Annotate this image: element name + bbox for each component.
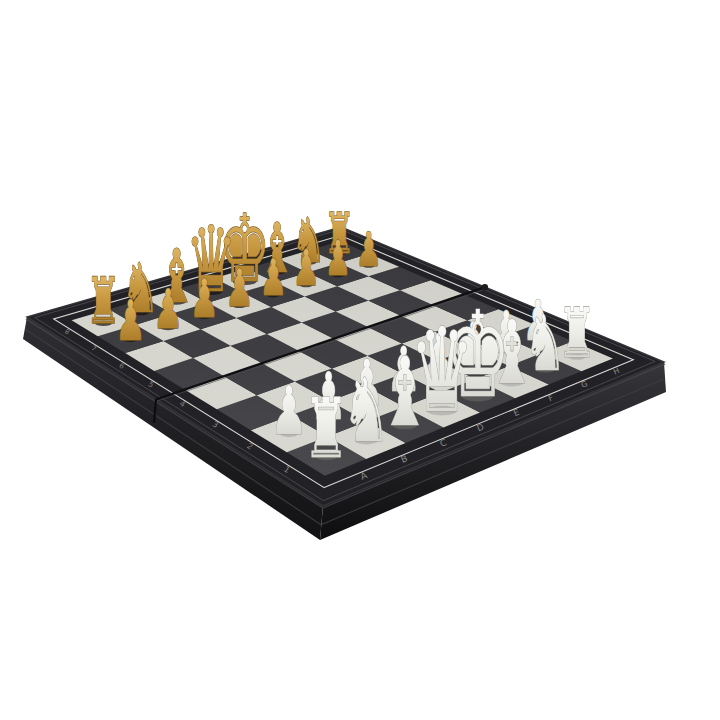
piece-glyph: ♟ bbox=[190, 267, 220, 328]
piece-gold-pawn-d7: ♟ bbox=[225, 258, 254, 318]
piece-glyph: ♟ bbox=[115, 288, 146, 353]
piece-glyph: ♟ bbox=[292, 240, 319, 298]
piece-gold-pawn-h7: ♟ bbox=[356, 221, 382, 276]
piece-gold-pawn-c7: ♟ bbox=[190, 267, 220, 328]
piece-gold-pawn-f7: ♟ bbox=[292, 240, 319, 298]
piece-gold-pawn-b7: ♟ bbox=[153, 278, 183, 342]
piece-white-knight-b1: ♞ bbox=[342, 359, 391, 461]
piece-glyph: ♜ bbox=[303, 380, 349, 476]
piece-glyph: ♟ bbox=[356, 221, 382, 276]
piece-white-rook-a1: ♜ bbox=[303, 380, 349, 476]
piece-glyph: ♞ bbox=[342, 359, 391, 461]
piece-glyph: ♟ bbox=[270, 372, 307, 450]
piece-white-pawn-a2: ♟ bbox=[270, 372, 307, 450]
piece-glyph: ♟ bbox=[259, 249, 287, 308]
piece-gold-pawn-g7: ♟ bbox=[325, 231, 352, 286]
chess-board: ABCDEFGH12345678♜♞♟♝♟♚♟♛♟♝♟♞♟♜♟♟♟♟♜♟♞♟♝♟… bbox=[0, 0, 720, 720]
piece-glyph: ♟ bbox=[325, 231, 352, 286]
piece-glyph: ♟ bbox=[153, 278, 183, 342]
piece-gold-pawn-a7: ♟ bbox=[115, 288, 146, 353]
product-photo: ABCDEFGH12345678♜♞♟♝♟♚♟♛♟♝♟♞♟♜♟♟♟♟♜♟♞♟♝♟… bbox=[0, 0, 720, 720]
piece-glyph: ♟ bbox=[225, 258, 254, 318]
piece-gold-pawn-e7: ♟ bbox=[259, 249, 287, 308]
